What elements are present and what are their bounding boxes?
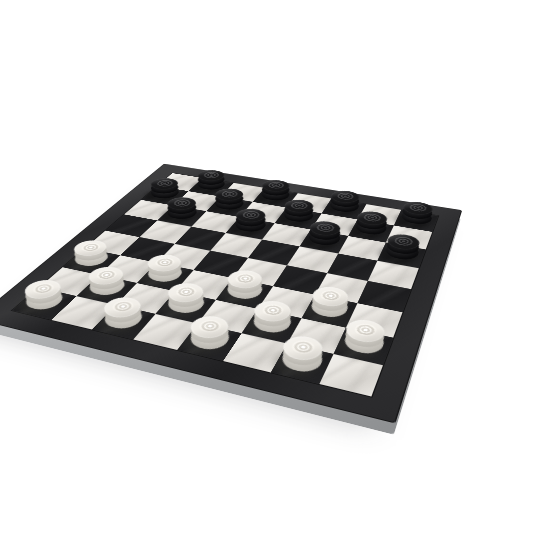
white-checker bbox=[185, 328, 234, 356]
black-checker bbox=[354, 222, 389, 240]
white-checker bbox=[278, 348, 326, 379]
black-checker bbox=[232, 220, 269, 237]
white-checker bbox=[99, 309, 148, 335]
white-checker bbox=[308, 298, 351, 323]
black-checker bbox=[400, 212, 433, 229]
white-checker bbox=[223, 281, 266, 304]
white-checker bbox=[341, 332, 386, 361]
black-checker bbox=[383, 245, 420, 265]
product-photo-scene bbox=[0, 0, 533, 533]
white-checker bbox=[249, 313, 295, 340]
checkers-set bbox=[0, 164, 462, 424]
white-checker bbox=[20, 291, 69, 315]
checkers-board bbox=[12, 173, 438, 396]
black-checker bbox=[327, 201, 361, 217]
black-checker bbox=[305, 232, 342, 251]
square-f4 bbox=[287, 247, 338, 274]
square-h3 bbox=[378, 242, 426, 268]
